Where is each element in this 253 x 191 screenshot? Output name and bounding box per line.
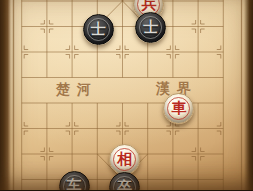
piece-character: 车 bbox=[67, 172, 82, 191]
piece-character: 士 bbox=[91, 15, 106, 44]
river-label-chu: 楚河 bbox=[56, 83, 98, 97]
piece-character: 相 bbox=[117, 145, 132, 174]
piece-character: 卒 bbox=[117, 173, 132, 191]
piece-black-advisor-right[interactable]: 士 bbox=[135, 12, 166, 43]
piece-red-elephant[interactable]: 相 bbox=[109, 144, 140, 175]
xiangqi-board[interactable]: 楚河 漢界 兵士士車相车卒 bbox=[0, 0, 253, 190]
piece-character: 士 bbox=[143, 13, 158, 42]
piece-black-advisor-left[interactable]: 士 bbox=[83, 14, 114, 45]
piece-character: 車 bbox=[171, 94, 186, 123]
